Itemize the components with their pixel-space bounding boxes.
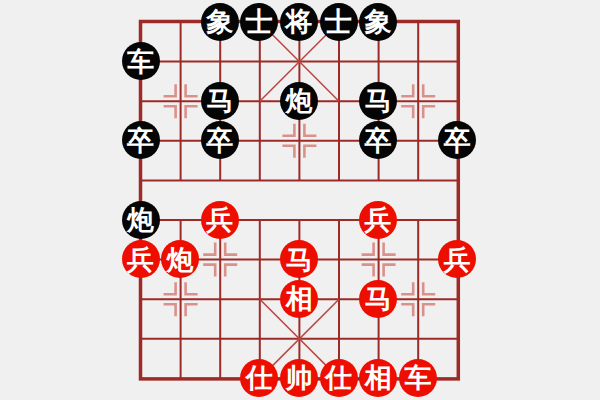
point-marker xyxy=(401,84,413,96)
point-marker xyxy=(401,106,413,118)
piece-red-soldier[interactable]: 兵 xyxy=(201,201,239,239)
piece-black-soldier[interactable]: 卒 xyxy=(359,121,397,159)
point-marker xyxy=(185,84,197,96)
piece-black-soldier[interactable]: 卒 xyxy=(201,121,239,159)
point-marker xyxy=(282,145,294,157)
point-marker xyxy=(225,242,237,254)
piece-black-elephant[interactable]: 象 xyxy=(359,3,397,41)
point-marker xyxy=(163,282,175,294)
piece-black-chariot[interactable]: 车 xyxy=(122,42,160,80)
xiangqi-board[interactable]: 象士将士象车马炮马卒卒卒卒炮兵兵兵炮马兵相马仕帅仕相车 xyxy=(141,22,458,378)
piece-red-soldier[interactable]: 兵 xyxy=(359,201,397,239)
piece-black-general[interactable]: 将 xyxy=(280,3,318,41)
piece-black-soldier[interactable]: 卒 xyxy=(122,121,160,159)
point-marker xyxy=(304,123,316,135)
screenshot-background: 象士将士象车马炮马卒卒卒卒炮兵兵兵炮马兵相马仕帅仕相车 xyxy=(0,0,600,400)
piece-red-chariot[interactable]: 车 xyxy=(399,359,437,397)
piece-black-advisor[interactable]: 士 xyxy=(320,3,358,41)
point-marker xyxy=(383,242,395,254)
point-marker xyxy=(423,84,435,96)
point-marker xyxy=(423,106,435,118)
point-marker xyxy=(185,106,197,118)
board-grid xyxy=(135,16,464,384)
point-marker xyxy=(423,304,435,316)
point-marker xyxy=(423,282,435,294)
piece-black-cannon[interactable]: 炮 xyxy=(280,82,318,120)
piece-black-cannon[interactable]: 炮 xyxy=(122,201,160,239)
piece-red-soldier[interactable]: 兵 xyxy=(438,240,476,278)
point-marker xyxy=(304,145,316,157)
point-marker xyxy=(282,123,294,135)
point-marker xyxy=(203,242,215,254)
point-marker xyxy=(225,264,237,276)
point-marker xyxy=(361,242,373,254)
piece-black-horse[interactable]: 马 xyxy=(201,82,239,120)
piece-black-soldier[interactable]: 卒 xyxy=(438,121,476,159)
piece-red-horse[interactable]: 马 xyxy=(280,240,318,278)
point-marker xyxy=(203,264,215,276)
piece-red-advisor[interactable]: 仕 xyxy=(240,359,278,397)
point-marker xyxy=(163,106,175,118)
point-marker xyxy=(185,282,197,294)
piece-red-cannon[interactable]: 炮 xyxy=(161,240,199,278)
piece-red-general[interactable]: 帅 xyxy=(280,359,318,397)
piece-red-elephant[interactable]: 相 xyxy=(359,359,397,397)
piece-red-soldier[interactable]: 兵 xyxy=(122,240,160,278)
point-marker xyxy=(163,84,175,96)
point-marker xyxy=(163,304,175,316)
piece-red-horse[interactable]: 马 xyxy=(359,280,397,318)
point-marker xyxy=(383,264,395,276)
point-marker xyxy=(185,304,197,316)
piece-black-advisor[interactable]: 士 xyxy=(240,3,278,41)
point-marker xyxy=(361,264,373,276)
piece-red-elephant[interactable]: 相 xyxy=(280,280,318,318)
piece-black-elephant[interactable]: 象 xyxy=(201,3,239,41)
point-marker xyxy=(401,304,413,316)
piece-black-horse[interactable]: 马 xyxy=(359,82,397,120)
piece-red-advisor[interactable]: 仕 xyxy=(320,359,358,397)
point-marker xyxy=(401,282,413,294)
